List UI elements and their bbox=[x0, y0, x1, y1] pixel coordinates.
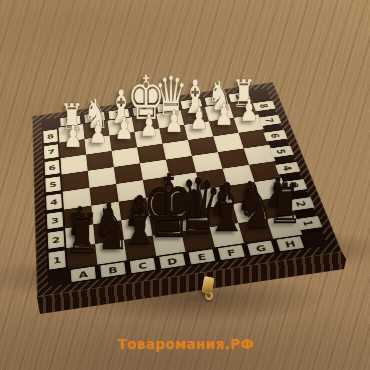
chess-board-grid: ABCDEFGH8877665544332211ABCDEFGH bbox=[41, 88, 328, 287]
chess-set-photo: ABCDEFGH8877665544332211ABCDEFGH ♜♞♝♚♛♝♞… bbox=[0, 0, 370, 370]
rank-label-right-2: 2 bbox=[288, 197, 315, 211]
rank-label-left-8: 8 bbox=[43, 129, 58, 143]
frame-corner bbox=[302, 232, 327, 249]
rank-label-right-7: 7 bbox=[258, 115, 281, 126]
rank-label-right-3: 3 bbox=[281, 179, 307, 192]
rank-label-right-5: 5 bbox=[269, 145, 294, 157]
rank-label-left-1: 1 bbox=[48, 250, 65, 269]
file-label-bottom-a: A bbox=[71, 266, 96, 282]
file-label-bottom-d: D bbox=[159, 253, 185, 268]
rank-label-left-3: 3 bbox=[47, 212, 63, 230]
rank-label-left-5: 5 bbox=[45, 176, 61, 192]
file-label-bottom-c: C bbox=[130, 258, 156, 274]
square-c1 bbox=[124, 236, 156, 261]
square-d1 bbox=[153, 231, 186, 256]
watermark-text: Товаромания.РФ bbox=[118, 336, 255, 352]
rank-label-right-1: 1 bbox=[295, 216, 322, 230]
frame-corner bbox=[47, 269, 68, 287]
rank-label-right-8: 8 bbox=[253, 101, 276, 112]
square-a1 bbox=[66, 244, 97, 269]
rank-label-left-7: 7 bbox=[44, 144, 59, 159]
rank-label-right-4: 4 bbox=[275, 162, 300, 175]
file-label-bottom-h: H bbox=[276, 236, 304, 251]
rank-label-left-6: 6 bbox=[45, 160, 60, 175]
file-label-bottom-g: G bbox=[247, 241, 274, 256]
latch-plate bbox=[202, 276, 215, 293]
rank-label-left-2: 2 bbox=[48, 230, 65, 248]
rank-label-left-4: 4 bbox=[46, 194, 62, 211]
brass-latch-icon bbox=[203, 277, 213, 300]
file-label-bottom-b: B bbox=[100, 262, 126, 278]
file-label-bottom-f: F bbox=[218, 245, 245, 260]
square-b1 bbox=[95, 240, 127, 265]
frame-corner bbox=[250, 88, 270, 100]
rank-label-right-6: 6 bbox=[263, 130, 287, 142]
file-label-bottom-e: E bbox=[189, 249, 216, 264]
frame-corner bbox=[41, 118, 58, 130]
